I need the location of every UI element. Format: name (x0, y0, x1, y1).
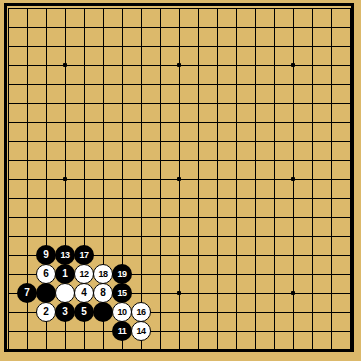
intersection (208, 322, 227, 341)
intersection (303, 56, 322, 75)
intersection (151, 208, 170, 227)
intersection (341, 170, 360, 189)
intersection (189, 265, 208, 284)
intersection (151, 246, 170, 265)
intersection: 17 (75, 246, 94, 265)
intersection (113, 189, 132, 208)
stone-white-8: 8 (93, 283, 113, 303)
intersection (0, 208, 18, 227)
intersection (227, 189, 246, 208)
intersection (227, 151, 246, 170)
intersection (322, 151, 341, 170)
intersection: 6 (37, 265, 56, 284)
stone-black-1: 1 (55, 264, 75, 284)
stone-black-9: 9 (36, 245, 56, 265)
intersection (94, 246, 113, 265)
intersection (341, 246, 360, 265)
intersection (94, 341, 113, 360)
intersection (170, 284, 189, 303)
intersection (18, 322, 37, 341)
intersection (208, 170, 227, 189)
intersection (284, 132, 303, 151)
intersection: 19 (113, 265, 132, 284)
intersection (0, 227, 18, 246)
intersection (322, 303, 341, 322)
intersection (75, 208, 94, 227)
intersection (303, 18, 322, 37)
intersection (132, 189, 151, 208)
intersection (208, 37, 227, 56)
intersection (56, 0, 75, 18)
intersection (56, 18, 75, 37)
intersection (18, 75, 37, 94)
intersection (18, 265, 37, 284)
intersection (56, 56, 75, 75)
intersection (132, 132, 151, 151)
intersection (246, 56, 265, 75)
intersection (75, 170, 94, 189)
intersection (284, 56, 303, 75)
intersection (341, 284, 360, 303)
intersection: 12 (75, 265, 94, 284)
stone-black-17: 17 (74, 245, 94, 265)
intersection (284, 284, 303, 303)
intersection (132, 113, 151, 132)
intersection (37, 322, 56, 341)
intersection (265, 37, 284, 56)
intersection (113, 94, 132, 113)
intersection (341, 189, 360, 208)
intersection (265, 303, 284, 322)
intersection (322, 113, 341, 132)
intersection (75, 151, 94, 170)
intersection (94, 227, 113, 246)
intersection (170, 56, 189, 75)
intersection: 5 (75, 303, 94, 322)
intersection (132, 0, 151, 18)
intersection: 4 (75, 284, 94, 303)
intersection (37, 284, 56, 303)
intersection (303, 303, 322, 322)
intersection (189, 227, 208, 246)
intersection (322, 56, 341, 75)
intersection (322, 322, 341, 341)
intersection (208, 246, 227, 265)
intersection (132, 265, 151, 284)
intersection (246, 227, 265, 246)
intersection (303, 170, 322, 189)
intersection (265, 0, 284, 18)
intersection (151, 18, 170, 37)
intersection (322, 341, 341, 360)
intersection (132, 18, 151, 37)
stone-black-7: 7 (17, 283, 37, 303)
intersection (132, 37, 151, 56)
intersection (18, 189, 37, 208)
intersection (170, 0, 189, 18)
intersection (132, 94, 151, 113)
intersection (227, 322, 246, 341)
intersection (284, 94, 303, 113)
intersection (284, 170, 303, 189)
intersection (303, 113, 322, 132)
intersection (227, 208, 246, 227)
intersection (113, 151, 132, 170)
intersection: 11 (113, 322, 132, 341)
intersection (170, 189, 189, 208)
intersection (341, 227, 360, 246)
intersection (94, 18, 113, 37)
intersection (322, 189, 341, 208)
intersection (208, 303, 227, 322)
intersection (94, 151, 113, 170)
intersection (75, 0, 94, 18)
intersection (0, 284, 18, 303)
intersection (56, 132, 75, 151)
intersection (132, 151, 151, 170)
intersection (322, 246, 341, 265)
intersection (113, 208, 132, 227)
intersection (75, 322, 94, 341)
intersection (322, 284, 341, 303)
intersection (113, 113, 132, 132)
intersection: 3 (56, 303, 75, 322)
intersection (132, 246, 151, 265)
intersection (189, 94, 208, 113)
intersection (246, 18, 265, 37)
intersection (37, 189, 56, 208)
intersection (246, 341, 265, 360)
intersection (170, 208, 189, 227)
intersection (246, 132, 265, 151)
intersection (227, 265, 246, 284)
intersection (94, 94, 113, 113)
intersection (303, 94, 322, 113)
intersection (0, 265, 18, 284)
intersection (246, 170, 265, 189)
intersection (303, 37, 322, 56)
intersection (227, 37, 246, 56)
intersection (303, 189, 322, 208)
intersection (151, 94, 170, 113)
intersection (56, 37, 75, 56)
intersection (94, 189, 113, 208)
intersection (94, 0, 113, 18)
intersection (113, 37, 132, 56)
intersection (170, 94, 189, 113)
intersection (151, 189, 170, 208)
intersection (151, 132, 170, 151)
intersection (37, 0, 56, 18)
intersection (37, 151, 56, 170)
intersection (170, 303, 189, 322)
intersection (94, 208, 113, 227)
intersection (303, 75, 322, 94)
intersection (265, 132, 284, 151)
intersection (265, 227, 284, 246)
stone-black-5: 5 (74, 302, 94, 322)
intersection (284, 303, 303, 322)
stones-grid: 91317611218197481523510161114 (0, 0, 360, 360)
intersection (94, 37, 113, 56)
intersection: 9 (37, 246, 56, 265)
intersection (94, 303, 113, 322)
intersection (37, 132, 56, 151)
intersection (18, 227, 37, 246)
intersection (189, 113, 208, 132)
intersection (37, 208, 56, 227)
intersection (151, 170, 170, 189)
intersection (227, 170, 246, 189)
stone-black-15: 15 (112, 283, 132, 303)
intersection: 13 (56, 246, 75, 265)
intersection (75, 132, 94, 151)
intersection (341, 37, 360, 56)
intersection (227, 303, 246, 322)
intersection (246, 75, 265, 94)
intersection (303, 227, 322, 246)
intersection (208, 0, 227, 18)
intersection (151, 0, 170, 18)
intersection (227, 132, 246, 151)
intersection (56, 341, 75, 360)
intersection (284, 18, 303, 37)
intersection (75, 37, 94, 56)
intersection (341, 113, 360, 132)
intersection (303, 132, 322, 151)
intersection (113, 0, 132, 18)
intersection (56, 94, 75, 113)
intersection (246, 0, 265, 18)
intersection (113, 246, 132, 265)
intersection (265, 56, 284, 75)
intersection (37, 37, 56, 56)
intersection (322, 132, 341, 151)
stone-black-3: 3 (55, 302, 75, 322)
intersection (0, 94, 18, 113)
intersection (208, 151, 227, 170)
intersection (94, 56, 113, 75)
intersection (322, 227, 341, 246)
intersection (151, 227, 170, 246)
intersection (56, 151, 75, 170)
stone-white-18: 18 (93, 264, 113, 284)
intersection (246, 208, 265, 227)
intersection (208, 113, 227, 132)
intersection (132, 75, 151, 94)
intersection (284, 341, 303, 360)
intersection (284, 322, 303, 341)
intersection (0, 189, 18, 208)
intersection (284, 265, 303, 284)
intersection (246, 265, 265, 284)
intersection (75, 341, 94, 360)
intersection (265, 341, 284, 360)
intersection (189, 284, 208, 303)
intersection (208, 227, 227, 246)
stone-white-2: 2 (36, 302, 56, 322)
intersection (0, 170, 18, 189)
intersection (246, 113, 265, 132)
intersection (265, 284, 284, 303)
stone-white-14: 14 (131, 321, 151, 341)
intersection (75, 18, 94, 37)
intersection: 15 (113, 284, 132, 303)
intersection (303, 0, 322, 18)
intersection (341, 322, 360, 341)
intersection (341, 94, 360, 113)
intersection (132, 56, 151, 75)
intersection (94, 132, 113, 151)
intersection (170, 37, 189, 56)
intersection (75, 113, 94, 132)
intersection (0, 341, 18, 360)
intersection (303, 284, 322, 303)
intersection (170, 132, 189, 151)
intersection (341, 303, 360, 322)
stone-black-11: 11 (112, 321, 132, 341)
intersection (151, 151, 170, 170)
intersection (56, 284, 75, 303)
intersection: 1 (56, 265, 75, 284)
intersection (151, 56, 170, 75)
intersection (322, 265, 341, 284)
intersection (265, 322, 284, 341)
intersection (18, 341, 37, 360)
intersection (56, 75, 75, 94)
intersection: 18 (94, 265, 113, 284)
intersection (189, 37, 208, 56)
intersection (18, 170, 37, 189)
intersection (0, 56, 18, 75)
intersection (208, 208, 227, 227)
intersection: 8 (94, 284, 113, 303)
intersection (189, 208, 208, 227)
intersection (246, 303, 265, 322)
intersection (170, 341, 189, 360)
intersection (18, 37, 37, 56)
intersection (113, 132, 132, 151)
intersection: 7 (18, 284, 37, 303)
intersection (303, 265, 322, 284)
intersection (284, 227, 303, 246)
intersection (227, 227, 246, 246)
intersection (246, 151, 265, 170)
intersection (284, 151, 303, 170)
intersection (37, 170, 56, 189)
intersection (151, 303, 170, 322)
stone-white-10: 10 (112, 302, 132, 322)
intersection (0, 246, 18, 265)
intersection (341, 75, 360, 94)
intersection (208, 284, 227, 303)
go-board: 91317611218197481523510161114 (0, 0, 361, 361)
intersection (151, 322, 170, 341)
intersection (189, 322, 208, 341)
intersection (151, 75, 170, 94)
intersection (189, 132, 208, 151)
intersection (208, 94, 227, 113)
intersection (227, 75, 246, 94)
intersection (151, 37, 170, 56)
intersection (227, 246, 246, 265)
intersection (18, 56, 37, 75)
intersection (56, 113, 75, 132)
intersection (341, 151, 360, 170)
intersection (18, 132, 37, 151)
intersection (284, 0, 303, 18)
intersection (113, 227, 132, 246)
intersection (0, 37, 18, 56)
intersection (189, 75, 208, 94)
intersection: 14 (132, 322, 151, 341)
intersection (94, 113, 113, 132)
intersection (265, 170, 284, 189)
stone-white-16: 16 (131, 302, 151, 322)
intersection (208, 18, 227, 37)
intersection (170, 151, 189, 170)
intersection (37, 18, 56, 37)
intersection (208, 75, 227, 94)
stone-white-12: 12 (74, 264, 94, 284)
intersection (0, 113, 18, 132)
intersection (189, 246, 208, 265)
intersection (284, 189, 303, 208)
intersection (246, 322, 265, 341)
intersection (246, 189, 265, 208)
stone-white-setup (55, 283, 75, 303)
intersection (265, 246, 284, 265)
intersection (322, 94, 341, 113)
intersection (18, 303, 37, 322)
intersection (113, 56, 132, 75)
intersection (170, 18, 189, 37)
intersection (322, 208, 341, 227)
intersection (303, 208, 322, 227)
stone-black-13: 13 (55, 245, 75, 265)
intersection (265, 94, 284, 113)
intersection (132, 284, 151, 303)
intersection (113, 18, 132, 37)
intersection (0, 0, 18, 18)
intersection (303, 341, 322, 360)
intersection (37, 75, 56, 94)
intersection (170, 265, 189, 284)
intersection (170, 75, 189, 94)
intersection (341, 18, 360, 37)
intersection (94, 75, 113, 94)
intersection (341, 265, 360, 284)
intersection (56, 208, 75, 227)
intersection (18, 208, 37, 227)
intersection (284, 208, 303, 227)
intersection (170, 227, 189, 246)
intersection (265, 189, 284, 208)
intersection (75, 189, 94, 208)
intersection (341, 56, 360, 75)
intersection (208, 341, 227, 360)
intersection (75, 94, 94, 113)
intersection (0, 151, 18, 170)
intersection (189, 151, 208, 170)
intersection (94, 322, 113, 341)
intersection (0, 75, 18, 94)
intersection (170, 246, 189, 265)
intersection (303, 151, 322, 170)
intersection (341, 132, 360, 151)
intersection (284, 75, 303, 94)
intersection (303, 322, 322, 341)
